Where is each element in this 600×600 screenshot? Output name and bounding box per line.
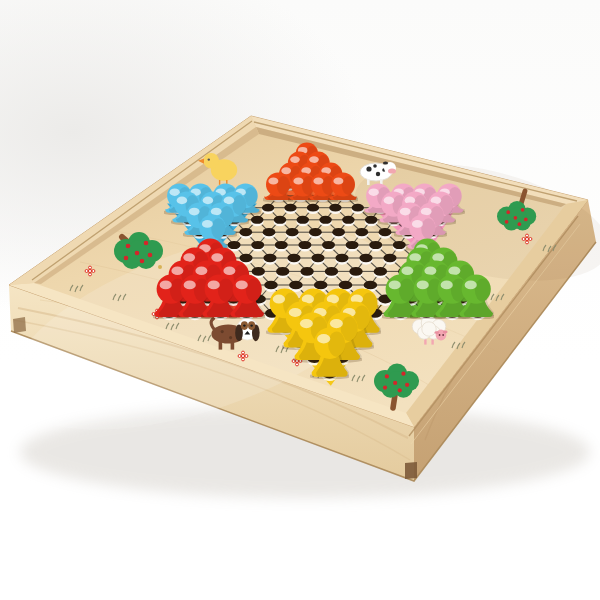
hole-r8c6[interactable]: [359, 254, 372, 265]
hole-r7c2[interactable]: [251, 241, 264, 252]
peg-orange[interactable]: [328, 171, 358, 203]
hole-r9c4[interactable]: [300, 267, 313, 278]
hole-r5c7[interactable]: [342, 216, 355, 227]
hole-r7c4[interactable]: [298, 241, 311, 252]
joint-notch: [405, 462, 417, 479]
peg-green[interactable]: [458, 273, 494, 320]
hole-r5c3[interactable]: [251, 216, 264, 227]
hole-r8c3[interactable]: [287, 254, 300, 265]
hole-r5c8[interactable]: [365, 216, 378, 227]
hole-r7c7[interactable]: [369, 241, 382, 252]
hole-r9c5[interactable]: [325, 267, 338, 278]
hole-r6c4[interactable]: [286, 228, 299, 239]
hole-r5c4[interactable]: [274, 216, 287, 227]
peg-yellow[interactable]: [310, 326, 349, 379]
hole-r6c3[interactable]: [263, 228, 276, 239]
hole-r4c6[interactable]: [307, 204, 319, 214]
hole-r4c7[interactable]: [329, 204, 341, 214]
hole-r8c2[interactable]: [263, 254, 276, 265]
hole-r8c4[interactable]: [311, 254, 324, 265]
hole-r9c3[interactable]: [276, 267, 289, 278]
hole-r7c5[interactable]: [322, 241, 335, 252]
dot-mark: [158, 265, 162, 269]
peg-red[interactable]: [229, 273, 265, 320]
hole-r5c6[interactable]: [319, 216, 332, 227]
hole-r4c4[interactable]: [262, 204, 274, 214]
hole-r5c5[interactable]: [297, 216, 310, 227]
hole-r4c5[interactable]: [284, 204, 296, 214]
joint-notch: [13, 317, 26, 333]
hole-r6c7[interactable]: [355, 228, 368, 239]
product-photo: [0, 0, 600, 600]
hole-r8c5[interactable]: [335, 254, 348, 265]
hole-r6c8[interactable]: [379, 228, 392, 239]
hole-r7c3[interactable]: [275, 241, 288, 252]
hole-r6c2[interactable]: [239, 228, 252, 239]
hole-r6c6[interactable]: [332, 228, 345, 239]
hole-r9c6[interactable]: [349, 267, 362, 278]
hole-r6c5[interactable]: [309, 228, 322, 239]
hole-r7c6[interactable]: [346, 241, 359, 252]
